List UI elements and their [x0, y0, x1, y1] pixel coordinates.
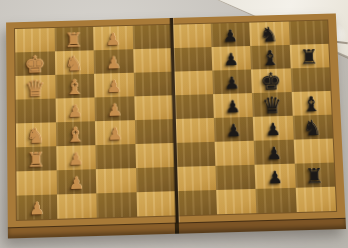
board-square: ♟: [213, 93, 253, 118]
black-pawn: ♟: [213, 117, 253, 144]
white-queen: ♛: [15, 75, 55, 102]
white-knight: ♞: [16, 122, 56, 149]
board-square: ♝: [55, 74, 95, 99]
board-square: ♟: [255, 164, 296, 189]
white-pawn: ♟: [55, 97, 95, 124]
board-square: ♟: [56, 169, 96, 194]
board-square: ♞: [292, 115, 333, 140]
board-square: [95, 144, 135, 169]
board-square: ♟: [55, 97, 95, 122]
board-square: [173, 71, 213, 96]
board-square: [134, 119, 174, 144]
board-square: ♚: [251, 68, 291, 93]
board-square: ♝: [291, 91, 331, 116]
board-square: [293, 139, 334, 164]
board-square: [136, 167, 176, 192]
board-square: [176, 190, 217, 215]
white-bishop: ♝: [55, 121, 95, 148]
board-square: ♛: [15, 75, 55, 100]
board-square: [16, 170, 56, 195]
board-square: ♞: [249, 22, 289, 46]
black-bishop: ♝: [250, 45, 290, 72]
board-square: [214, 141, 254, 166]
black-knight: ♞: [292, 115, 333, 142]
board-square: ♟: [254, 140, 295, 165]
photo-scene: ♜♟♟♞♚♞♟♟♝♜♛♝♟♟♚♟♟♟♛♝♞♝♟♟♟♞♜♟♟♟♟♜♟: [0, 0, 348, 248]
black-pawn: ♟: [253, 116, 294, 143]
white-bishop: ♝: [55, 74, 95, 101]
black-rook: ♜: [289, 44, 329, 71]
white-rook: ♜: [54, 27, 94, 53]
board-square: ♟: [94, 49, 134, 74]
white-pawn: ♟: [94, 96, 134, 123]
board-square: [288, 20, 328, 44]
board-square: ♟: [94, 73, 134, 98]
board-square: ♜: [16, 146, 56, 171]
black-pawn: ♟: [211, 46, 251, 73]
board-square: [255, 188, 296, 213]
board-square: [215, 165, 256, 190]
board-square: ♞: [16, 122, 56, 147]
board-square: ♜: [289, 44, 329, 69]
board-square: [175, 166, 215, 191]
board-square: ♟: [210, 23, 250, 47]
board-square: ♟: [95, 120, 135, 145]
board-square: [171, 24, 211, 48]
white-knight: ♞: [54, 50, 94, 77]
board-square: ♝: [250, 45, 290, 70]
white-pawn: ♟: [56, 145, 96, 172]
board-square: ♟: [56, 145, 96, 170]
board-square: [135, 143, 175, 168]
black-bishop: ♝: [291, 91, 332, 118]
board-square: [172, 47, 212, 72]
board-square: ♜: [294, 163, 335, 188]
chess-board: ♜♟♟♞♚♞♟♟♝♜♛♝♟♟♚♟♟♟♛♝♞♝♟♟♟♞♜♟♟♟♟♜♟: [6, 13, 346, 237]
board-square: [16, 99, 56, 124]
board-square: ♟: [253, 116, 293, 141]
white-king: ♚: [15, 51, 55, 78]
white-pawn: ♟: [17, 194, 57, 221]
white-rook: ♜: [16, 146, 56, 173]
board-square: ♜: [54, 27, 93, 51]
board-square: [96, 168, 136, 193]
board-square: [174, 118, 214, 143]
board-square: ♟: [94, 96, 134, 121]
board-square: [290, 67, 330, 92]
black-knight: ♞: [249, 22, 289, 48]
board-square: ♟: [17, 194, 57, 219]
board-square: ♞: [54, 50, 94, 75]
board-square: ♛: [252, 92, 292, 117]
black-pawn: ♟: [212, 69, 252, 96]
board-square: ♟: [213, 117, 253, 142]
black-pawn: ♟: [255, 164, 296, 191]
board-square: [175, 142, 215, 167]
board-square: [133, 72, 173, 97]
black-pawn: ♟: [254, 140, 295, 167]
white-pawn: ♟: [94, 73, 134, 100]
board-square: ♟: [211, 46, 251, 71]
white-pawn: ♟: [56, 169, 96, 196]
board-square: [134, 95, 174, 120]
board-square: [56, 193, 96, 218]
board-square: ♟: [212, 69, 252, 94]
board-square: [15, 28, 54, 52]
board-square: [295, 187, 336, 212]
board-square: [136, 191, 176, 216]
black-queen: ♛: [252, 92, 292, 119]
board-square: ♟: [93, 26, 133, 50]
white-pawn: ♟: [94, 49, 134, 76]
board-square: [173, 94, 213, 119]
board-square: [132, 25, 172, 49]
black-pawn: ♟: [210, 23, 250, 49]
black-king: ♚: [251, 68, 291, 95]
board-square: [96, 192, 136, 217]
white-pawn: ♟: [95, 120, 135, 147]
board-square: ♚: [15, 51, 55, 76]
white-pawn: ♟: [93, 26, 133, 52]
board-square: ♝: [55, 121, 95, 146]
board-square: [133, 48, 173, 73]
black-pawn: ♟: [213, 93, 253, 120]
black-rook: ♜: [294, 163, 335, 190]
board-square: [216, 189, 257, 214]
board-frame: ♜♟♟♞♚♞♟♟♝♜♛♝♟♟♚♟♟♟♛♝♞♝♟♟♟♞♜♟♟♟♟♜♟: [6, 13, 345, 227]
